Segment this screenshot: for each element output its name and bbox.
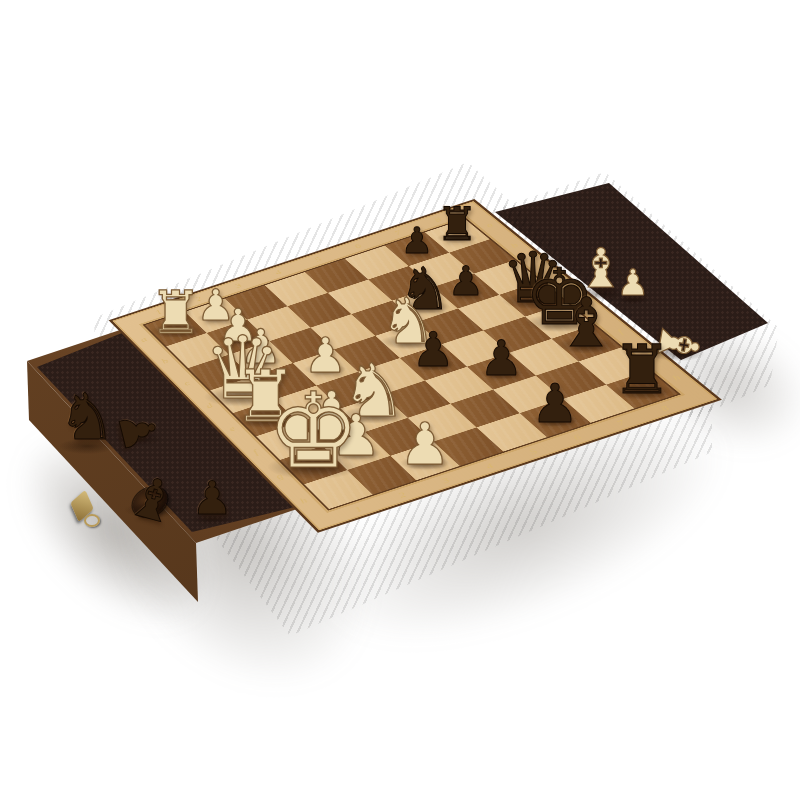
brass-latch-ring <box>84 514 100 527</box>
product-photo: 11aa22bb33cc44dd55ee66ff77gg88hh ♜♟♟♟♛♜♚… <box>0 0 800 800</box>
